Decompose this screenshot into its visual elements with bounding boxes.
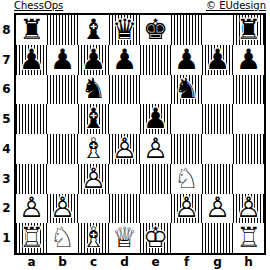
black-pawn-icon: ♟: [171, 45, 202, 75]
square-f1[interactable]: [171, 223, 202, 253]
black-piece-fill: ♝: [78, 104, 109, 134]
black-queen-icon: ♛: [109, 15, 140, 45]
black-king-icon: ♚: [140, 15, 171, 45]
white-piece-fill: ♟: [47, 194, 78, 224]
black-pawn-icon: ♟: [47, 45, 78, 75]
square-f3[interactable]: ♞♘: [171, 164, 202, 194]
white-rook-icon: ♖: [233, 223, 264, 253]
square-e1[interactable]: ♚♔: [140, 223, 171, 253]
file-label-d: d: [109, 255, 140, 269]
square-b3[interactable]: [47, 164, 78, 194]
black-pawn-icon: ♟: [109, 45, 140, 75]
square-b6[interactable]: [47, 75, 78, 105]
white-piece-fill: ♟: [16, 194, 47, 224]
rank-label-4: 4: [0, 134, 13, 164]
square-b8[interactable]: [47, 15, 78, 45]
file-label-g: g: [202, 255, 233, 269]
square-d5[interactable]: [109, 104, 140, 134]
square-d3[interactable]: [109, 164, 140, 194]
square-h3[interactable]: [233, 164, 264, 194]
white-pawn-icon: ♙: [171, 194, 202, 224]
square-b7[interactable]: ♟♟: [47, 45, 78, 75]
board: ♜♜♝♝♛♛♚♚♜♜♟♟♟♟♟♟♟♟♟♟♟♟♟♟♞♞♞♞♝♝♟♟♝♗♟♙♟♙♟♙…: [14, 13, 266, 255]
square-f6[interactable]: ♞♞: [171, 75, 202, 105]
square-b2[interactable]: ♟♙: [47, 194, 78, 224]
black-rook-icon: ♜: [16, 15, 47, 45]
square-h7[interactable]: ♟♟: [233, 45, 264, 75]
square-c3[interactable]: ♟♙: [78, 164, 109, 194]
white-piece-fill: ♝: [78, 134, 109, 164]
white-bishop-icon: ♗: [78, 134, 109, 164]
black-piece-fill: ♛: [109, 15, 140, 45]
rank-label-5: 5: [0, 104, 13, 134]
white-piece-fill: ♟: [78, 164, 109, 194]
rank-label-1: 1: [0, 223, 13, 253]
black-piece-fill: ♞: [171, 75, 202, 105]
file-label-e: e: [140, 255, 171, 269]
white-piece-fill: ♞: [171, 164, 202, 194]
square-e2[interactable]: [140, 194, 171, 224]
square-c5[interactable]: ♝♝: [78, 104, 109, 134]
square-g1[interactable]: [202, 223, 233, 253]
file-label-a: a: [16, 255, 47, 269]
white-bishop-icon: ♗: [78, 223, 109, 253]
black-piece-fill: ♟: [233, 45, 264, 75]
white-piece-fill: ♛: [109, 223, 140, 253]
black-piece-fill: ♟: [171, 45, 202, 75]
file-label-h: h: [233, 255, 264, 269]
rank-label-8: 8: [0, 15, 13, 45]
square-e3[interactable]: [140, 164, 171, 194]
square-g7[interactable]: ♟♟: [202, 45, 233, 75]
white-piece-fill: ♟: [140, 134, 171, 164]
square-f4[interactable]: [171, 134, 202, 164]
square-a6[interactable]: [16, 75, 47, 105]
square-a5[interactable]: [16, 104, 47, 134]
square-e4[interactable]: ♟♙: [140, 134, 171, 164]
white-piece-fill: ♜: [233, 223, 264, 253]
white-piece-fill: ♟: [171, 194, 202, 224]
black-piece-fill: ♟: [109, 45, 140, 75]
black-piece-fill: ♜: [233, 15, 264, 45]
rank-label-2: 2: [0, 194, 13, 224]
black-piece-fill: ♟: [47, 45, 78, 75]
square-a7[interactable]: ♟♟: [16, 45, 47, 75]
rank-labels: 87654321: [0, 15, 13, 253]
black-pawn-icon: ♟: [16, 45, 47, 75]
credit: © EUdesign: [206, 0, 266, 11]
square-e6[interactable]: [140, 75, 171, 105]
white-piece-fill: ♜: [16, 223, 47, 253]
black-pawn-icon: ♟: [140, 104, 171, 134]
white-king-icon: ♔: [140, 223, 171, 253]
square-d7[interactable]: ♟♟: [109, 45, 140, 75]
square-c4[interactable]: ♝♗: [78, 134, 109, 164]
white-piece-fill: ♟: [202, 194, 233, 224]
square-d8[interactable]: ♛♛: [109, 15, 140, 45]
header: ChessOps © EUdesign: [14, 0, 266, 12]
black-bishop-icon: ♝: [78, 104, 109, 134]
black-piece-fill: ♝: [78, 15, 109, 45]
black-pawn-icon: ♟: [78, 45, 109, 75]
white-pawn-icon: ♙: [47, 194, 78, 224]
white-piece-fill: ♟: [109, 134, 140, 164]
square-g2[interactable]: ♟♙: [202, 194, 233, 224]
black-piece-fill: ♞: [78, 75, 109, 105]
white-pawn-icon: ♙: [233, 194, 264, 224]
square-a8[interactable]: ♜♜: [16, 15, 47, 45]
square-c7[interactable]: ♟♟: [78, 45, 109, 75]
square-f2[interactable]: ♟♙: [171, 194, 202, 224]
square-f5[interactable]: [171, 104, 202, 134]
square-h6[interactable]: [233, 75, 264, 105]
black-piece-fill: ♟: [78, 45, 109, 75]
square-d6[interactable]: [109, 75, 140, 105]
square-g8[interactable]: [202, 15, 233, 45]
square-h1[interactable]: ♜♖: [233, 223, 264, 253]
black-piece-fill: ♟: [16, 45, 47, 75]
square-d2[interactable]: [109, 194, 140, 224]
white-pawn-icon: ♙: [78, 164, 109, 194]
file-label-f: f: [171, 255, 202, 269]
white-piece-fill: ♚: [140, 223, 171, 253]
black-piece-fill: ♟: [202, 45, 233, 75]
square-f7[interactable]: ♟♟: [171, 45, 202, 75]
black-piece-fill: ♟: [140, 104, 171, 134]
black-bishop-icon: ♝: [78, 15, 109, 45]
square-b1[interactable]: ♞♘: [47, 223, 78, 253]
white-pawn-icon: ♙: [202, 194, 233, 224]
square-g5[interactable]: [202, 104, 233, 134]
square-h5[interactable]: [233, 104, 264, 134]
white-queen-icon: ♕: [109, 223, 140, 253]
white-knight-icon: ♘: [47, 223, 78, 253]
square-a4[interactable]: [16, 134, 47, 164]
square-a1[interactable]: ♜♖: [16, 223, 47, 253]
white-pawn-icon: ♙: [140, 134, 171, 164]
square-a2[interactable]: ♟♙: [16, 194, 47, 224]
square-h2[interactable]: ♟♙: [233, 194, 264, 224]
black-pawn-icon: ♟: [202, 45, 233, 75]
rank-label-3: 3: [0, 164, 13, 194]
black-piece-fill: ♜: [16, 15, 47, 45]
square-g3[interactable]: [202, 164, 233, 194]
file-label-c: c: [78, 255, 109, 269]
square-h4[interactable]: [233, 134, 264, 164]
file-labels: abcdefgh: [16, 255, 264, 269]
white-pawn-icon: ♙: [16, 194, 47, 224]
square-c2[interactable]: [78, 194, 109, 224]
white-piece-fill: ♝: [78, 223, 109, 253]
square-c1[interactable]: ♝♗: [78, 223, 109, 253]
chess-app-window: ChessOps © EUdesign 87654321 ♜♜♝♝♛♛♚♚♜♜♟…: [0, 0, 270, 270]
black-knight-icon: ♞: [171, 75, 202, 105]
square-c6[interactable]: ♞♞: [78, 75, 109, 105]
white-piece-fill: ♟: [233, 194, 264, 224]
square-d4[interactable]: ♟♙: [109, 134, 140, 164]
square-d1[interactable]: ♛♕: [109, 223, 140, 253]
black-piece-fill: ♚: [140, 15, 171, 45]
white-rook-icon: ♖: [16, 223, 47, 253]
square-h8[interactable]: ♜♜: [233, 15, 264, 45]
file-label-b: b: [47, 255, 78, 269]
square-f8[interactable]: [171, 15, 202, 45]
black-knight-icon: ♞: [78, 75, 109, 105]
square-c8[interactable]: ♝♝: [78, 15, 109, 45]
square-g4[interactable]: [202, 134, 233, 164]
square-g6[interactable]: [202, 75, 233, 105]
square-b4[interactable]: [47, 134, 78, 164]
white-piece-fill: ♞: [47, 223, 78, 253]
black-rook-icon: ♜: [233, 15, 264, 45]
app-title: ChessOps: [14, 0, 63, 11]
rank-label-6: 6: [0, 75, 13, 105]
square-e8[interactable]: ♚♚: [140, 15, 171, 45]
white-knight-icon: ♘: [171, 164, 202, 194]
rank-label-7: 7: [0, 45, 13, 75]
square-e7[interactable]: [140, 45, 171, 75]
square-a3[interactable]: [16, 164, 47, 194]
square-e5[interactable]: ♟♟: [140, 104, 171, 134]
white-pawn-icon: ♙: [109, 134, 140, 164]
black-pawn-icon: ♟: [233, 45, 264, 75]
square-b5[interactable]: [47, 104, 78, 134]
